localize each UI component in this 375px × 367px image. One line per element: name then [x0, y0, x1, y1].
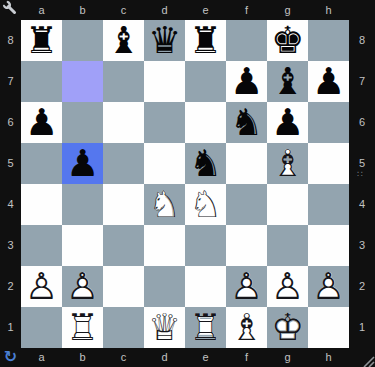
square-b6[interactable]	[62, 102, 103, 143]
piece-outline-glyph: ♘	[144, 184, 185, 225]
black-pawn-f7[interactable]: ♟	[226, 61, 267, 102]
rank-label-7: 7	[349, 61, 375, 102]
square-e6[interactable]	[185, 102, 226, 143]
piece-glyph: ♟	[21, 102, 62, 143]
square-c3[interactable]	[103, 225, 144, 266]
piece-glyph: ♞	[185, 143, 226, 184]
square-g8[interactable]: ♚	[267, 20, 308, 61]
file-label-a: a	[21, 348, 62, 367]
square-a3[interactable]	[21, 225, 62, 266]
square-a2[interactable]: ♟♙	[21, 266, 62, 307]
rank-label-7: 7	[0, 61, 21, 102]
square-c5[interactable]	[103, 143, 144, 184]
square-a6[interactable]: ♟	[21, 102, 62, 143]
white-pawn-f2[interactable]: ♟♙	[226, 266, 267, 307]
square-g2[interactable]: ♟♙	[267, 266, 308, 307]
file-labels-top: abcdefgh	[21, 0, 349, 20]
square-f8[interactable]	[226, 20, 267, 61]
black-knight-f6[interactable]: ♞	[226, 102, 267, 143]
square-h2[interactable]: ♟♙	[308, 266, 349, 307]
square-f5[interactable]	[226, 143, 267, 184]
black-pawn-g6[interactable]: ♟	[267, 102, 308, 143]
white-knight-e4[interactable]: ♞♘	[185, 184, 226, 225]
piece-glyph: ♟	[267, 102, 308, 143]
wrench-icon	[2, 0, 19, 21]
square-h7[interactable]: ♟	[308, 61, 349, 102]
square-h5[interactable]	[308, 143, 349, 184]
piece-outline-glyph: ♗	[226, 307, 267, 348]
square-g4[interactable]	[267, 184, 308, 225]
rank-label-1: 1	[349, 307, 375, 348]
square-a7[interactable]	[21, 61, 62, 102]
square-d3[interactable]	[144, 225, 185, 266]
white-rook-b1[interactable]: ♜♖	[62, 307, 103, 348]
rank-label-5: 5	[0, 143, 21, 184]
square-e2[interactable]	[185, 266, 226, 307]
black-pawn-h7[interactable]: ♟	[308, 61, 349, 102]
chess-board: ♜♝♛♜♚♟♝♟♟♞♟♟♞♝♗♞♘♞♘♟♙♟♙♟♙♟♙♟♙♜♖♛♕♜♖♝♗♚♔	[21, 20, 349, 348]
white-king-g1[interactable]: ♚♔	[267, 307, 308, 348]
piece-outline-glyph: ♘	[185, 184, 226, 225]
square-b3[interactable]	[62, 225, 103, 266]
white-pawn-a2[interactable]: ♟♙	[21, 266, 62, 307]
black-queen-d8[interactable]: ♛	[144, 20, 185, 61]
square-e4[interactable]: ♞♘	[185, 184, 226, 225]
square-b5[interactable]: ♟	[62, 143, 103, 184]
square-g1[interactable]: ♚♔	[267, 307, 308, 348]
square-h6[interactable]	[308, 102, 349, 143]
resize-grip-icon[interactable]	[361, 353, 375, 367]
piece-glyph: ♜	[21, 20, 62, 61]
square-c4[interactable]	[103, 184, 144, 225]
square-b4[interactable]	[62, 184, 103, 225]
file-label-h: h	[308, 0, 349, 20]
white-knight-d4[interactable]: ♞♘	[144, 184, 185, 225]
piece-outline-glyph: ♕	[144, 307, 185, 348]
black-king-g8[interactable]: ♚	[267, 20, 308, 61]
black-rook-e8[interactable]: ♜	[185, 20, 226, 61]
rank-label-4: 4	[0, 184, 21, 225]
white-queen-d1[interactable]: ♛♕	[144, 307, 185, 348]
square-g6[interactable]: ♟	[267, 102, 308, 143]
piece-glyph: ♝	[267, 61, 308, 102]
rank-label-8: 8	[0, 20, 21, 61]
square-e8[interactable]: ♜	[185, 20, 226, 61]
square-d7[interactable]	[144, 61, 185, 102]
piece-outline-glyph: ♙	[226, 266, 267, 307]
piece-outline-glyph: ♙	[308, 266, 349, 307]
square-e1[interactable]: ♜♖	[185, 307, 226, 348]
piece-outline-glyph: ♗	[267, 143, 308, 184]
piece-outline-glyph: ♖	[62, 307, 103, 348]
black-pawn-a6[interactable]: ♟	[21, 102, 62, 143]
white-bishop-f1[interactable]: ♝♗	[226, 307, 267, 348]
black-bishop-c8[interactable]: ♝	[103, 20, 144, 61]
file-labels-bottom: abcdefgh	[21, 348, 349, 367]
square-f1[interactable]: ♝♗	[226, 307, 267, 348]
white-rook-e1[interactable]: ♜♖	[185, 307, 226, 348]
square-h8[interactable]	[308, 20, 349, 61]
file-label-c: c	[103, 348, 144, 367]
square-d1[interactable]: ♛♕	[144, 307, 185, 348]
square-b8[interactable]	[62, 20, 103, 61]
square-f7[interactable]: ♟	[226, 61, 267, 102]
drag-handle-icon[interactable]: ∷	[354, 170, 366, 186]
square-f6[interactable]: ♞	[226, 102, 267, 143]
square-h1[interactable]	[308, 307, 349, 348]
piece-outline-glyph: ♖	[185, 307, 226, 348]
square-a1[interactable]	[21, 307, 62, 348]
piece-outline-glyph: ♙	[62, 266, 103, 307]
flip-board-icon: ↻	[4, 347, 17, 366]
chess-widget: abcdefgh 87654321 87654321 abcdefgh ♜♝♛♜…	[0, 0, 375, 367]
square-f3[interactable]	[226, 225, 267, 266]
file-label-f: f	[226, 0, 267, 20]
square-e7[interactable]	[185, 61, 226, 102]
square-c1[interactable]	[103, 307, 144, 348]
file-label-h: h	[308, 348, 349, 367]
rank-label-6: 6	[349, 102, 375, 143]
square-f4[interactable]	[226, 184, 267, 225]
tools-button[interactable]	[1, 1, 19, 19]
drag-handle-glyph: ∷	[357, 169, 363, 179]
file-label-g: g	[267, 348, 308, 367]
square-b2[interactable]: ♟♙	[62, 266, 103, 307]
black-bishop-g7[interactable]: ♝	[267, 61, 308, 102]
rank-label-2: 2	[0, 266, 21, 307]
square-g3[interactable]	[267, 225, 308, 266]
white-bishop-g5[interactable]: ♝♗	[267, 143, 308, 184]
square-c7[interactable]	[103, 61, 144, 102]
square-b7[interactable]	[62, 61, 103, 102]
rank-label-1: 1	[0, 307, 21, 348]
piece-glyph: ♟	[308, 61, 349, 102]
rank-label-2: 2	[349, 266, 375, 307]
file-label-b: b	[62, 348, 103, 367]
flip-board-button[interactable]: ↻	[1, 347, 20, 366]
square-g7[interactable]: ♝	[267, 61, 308, 102]
square-h4[interactable]	[308, 184, 349, 225]
white-pawn-g2[interactable]: ♟♙	[267, 266, 308, 307]
piece-glyph: ♛	[144, 20, 185, 61]
square-d2[interactable]	[144, 266, 185, 307]
piece-outline-glyph: ♔	[267, 307, 308, 348]
file-label-f: f	[226, 348, 267, 367]
square-d4[interactable]: ♞♘	[144, 184, 185, 225]
square-c2[interactable]	[103, 266, 144, 307]
file-label-e: e	[185, 348, 226, 367]
file-label-e: e	[185, 0, 226, 20]
piece-outline-glyph: ♙	[21, 266, 62, 307]
square-e5[interactable]: ♞	[185, 143, 226, 184]
piece-glyph: ♚	[267, 20, 308, 61]
square-d6[interactable]	[144, 102, 185, 143]
square-f2[interactable]: ♟♙	[226, 266, 267, 307]
piece-glyph: ♜	[185, 20, 226, 61]
black-pawn-b5[interactable]: ♟	[62, 143, 103, 184]
white-pawn-b2[interactable]: ♟♙	[62, 266, 103, 307]
rank-label-4: 4	[349, 184, 375, 225]
square-d5[interactable]	[144, 143, 185, 184]
black-rook-a8[interactable]: ♜	[21, 20, 62, 61]
square-a8[interactable]: ♜	[21, 20, 62, 61]
piece-glyph: ♝	[103, 20, 144, 61]
rank-label-8: 8	[349, 20, 375, 61]
file-label-b: b	[62, 0, 103, 20]
square-d8[interactable]: ♛	[144, 20, 185, 61]
square-c8[interactable]: ♝	[103, 20, 144, 61]
file-label-g: g	[267, 0, 308, 20]
piece-glyph: ♟	[226, 61, 267, 102]
piece-outline-glyph: ♙	[267, 266, 308, 307]
square-g5[interactable]: ♝♗	[267, 143, 308, 184]
piece-glyph: ♟	[62, 143, 103, 184]
white-pawn-h2[interactable]: ♟♙	[308, 266, 349, 307]
file-label-d: d	[144, 0, 185, 20]
rank-label-3: 3	[349, 225, 375, 266]
square-b1[interactable]: ♜♖	[62, 307, 103, 348]
square-c6[interactable]	[103, 102, 144, 143]
square-h3[interactable]	[308, 225, 349, 266]
square-a4[interactable]	[21, 184, 62, 225]
square-e3[interactable]	[185, 225, 226, 266]
black-knight-e5[interactable]: ♞	[185, 143, 226, 184]
square-a5[interactable]	[21, 143, 62, 184]
piece-glyph: ♞	[226, 102, 267, 143]
rank-label-3: 3	[0, 225, 21, 266]
file-label-d: d	[144, 348, 185, 367]
file-label-a: a	[21, 0, 62, 20]
rank-labels-left: 87654321	[0, 20, 21, 348]
rank-label-6: 6	[0, 102, 21, 143]
file-label-c: c	[103, 0, 144, 20]
